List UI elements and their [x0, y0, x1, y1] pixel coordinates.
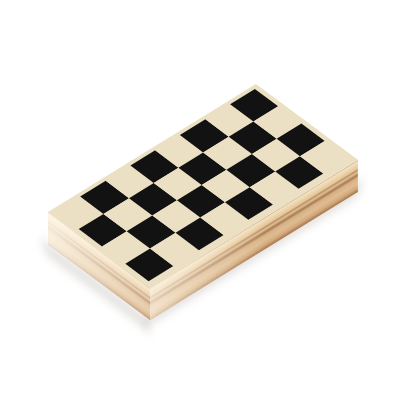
product-photo-stage: [0, 0, 400, 400]
